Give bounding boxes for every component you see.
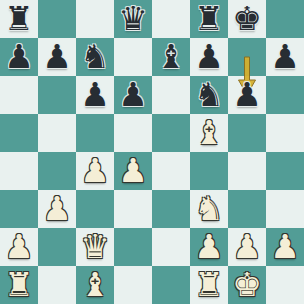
white-pawn[interactable]: ♟ (266, 228, 304, 266)
white-bishop[interactable]: ♝ (76, 266, 114, 304)
black-pawn[interactable]: ♟ (190, 38, 228, 76)
square-g3[interactable] (228, 190, 266, 228)
square-h3[interactable] (266, 190, 304, 228)
black-pawn[interactable]: ♟ (0, 38, 38, 76)
square-e5[interactable] (152, 114, 190, 152)
black-pawn[interactable]: ♟ (114, 76, 152, 114)
square-h7[interactable]: ♟ (266, 38, 304, 76)
square-b2[interactable] (38, 228, 76, 266)
square-a6[interactable] (0, 76, 38, 114)
square-h5[interactable] (266, 114, 304, 152)
square-c8[interactable] (76, 0, 114, 38)
square-e3[interactable] (152, 190, 190, 228)
square-h4[interactable] (266, 152, 304, 190)
square-g5[interactable] (228, 114, 266, 152)
square-g6[interactable]: ♟ (228, 76, 266, 114)
square-c3[interactable] (76, 190, 114, 228)
square-e1[interactable] (152, 266, 190, 304)
square-c7[interactable]: ♞ (76, 38, 114, 76)
square-a8[interactable]: ♜ (0, 0, 38, 38)
square-d8[interactable]: ♛ (114, 0, 152, 38)
square-g8[interactable]: ♚ (228, 0, 266, 38)
black-king[interactable]: ♚ (228, 0, 266, 38)
square-f8[interactable]: ♜ (190, 0, 228, 38)
white-pawn[interactable]: ♟ (76, 152, 114, 190)
square-g4[interactable] (228, 152, 266, 190)
square-d2[interactable] (114, 228, 152, 266)
square-f5[interactable]: ♝ (190, 114, 228, 152)
white-rook[interactable]: ♜ (190, 266, 228, 304)
square-b1[interactable] (38, 266, 76, 304)
square-h8[interactable] (266, 0, 304, 38)
square-h2[interactable]: ♟ (266, 228, 304, 266)
square-b4[interactable] (38, 152, 76, 190)
square-b6[interactable] (38, 76, 76, 114)
square-d1[interactable] (114, 266, 152, 304)
square-f3[interactable]: ♞ (190, 190, 228, 228)
square-f2[interactable]: ♟ (190, 228, 228, 266)
white-rook[interactable]: ♜ (0, 266, 38, 304)
black-bishop[interactable]: ♝ (152, 38, 190, 76)
black-rook[interactable]: ♜ (190, 0, 228, 38)
black-rook[interactable]: ♜ (0, 0, 38, 38)
square-c4[interactable]: ♟ (76, 152, 114, 190)
black-knight[interactable]: ♞ (76, 38, 114, 76)
square-c2[interactable]: ♛ (76, 228, 114, 266)
square-b3[interactable]: ♟ (38, 190, 76, 228)
square-h1[interactable] (266, 266, 304, 304)
square-b7[interactable]: ♟ (38, 38, 76, 76)
square-e6[interactable] (152, 76, 190, 114)
square-a1[interactable]: ♜ (0, 266, 38, 304)
square-d6[interactable]: ♟ (114, 76, 152, 114)
square-c1[interactable]: ♝ (76, 266, 114, 304)
white-pawn[interactable]: ♟ (0, 228, 38, 266)
square-a7[interactable]: ♟ (0, 38, 38, 76)
black-pawn[interactable]: ♟ (266, 38, 304, 76)
square-f4[interactable] (190, 152, 228, 190)
black-pawn[interactable]: ♟ (76, 76, 114, 114)
square-e8[interactable] (152, 0, 190, 38)
black-pawn[interactable]: ♟ (38, 38, 76, 76)
square-a5[interactable] (0, 114, 38, 152)
square-c5[interactable] (76, 114, 114, 152)
square-a3[interactable] (0, 190, 38, 228)
square-d3[interactable] (114, 190, 152, 228)
square-f1[interactable]: ♜ (190, 266, 228, 304)
square-b5[interactable] (38, 114, 76, 152)
white-pawn[interactable]: ♟ (228, 228, 266, 266)
square-d5[interactable] (114, 114, 152, 152)
square-h6[interactable] (266, 76, 304, 114)
square-a4[interactable] (0, 152, 38, 190)
square-g2[interactable]: ♟ (228, 228, 266, 266)
square-e4[interactable] (152, 152, 190, 190)
white-queen[interactable]: ♛ (76, 228, 114, 266)
square-b8[interactable] (38, 0, 76, 38)
square-f6[interactable]: ♞ (190, 76, 228, 114)
white-king[interactable]: ♚ (228, 266, 266, 304)
square-c6[interactable]: ♟ (76, 76, 114, 114)
square-f7[interactable]: ♟ (190, 38, 228, 76)
square-g1[interactable]: ♚ (228, 266, 266, 304)
white-knight[interactable]: ♞ (190, 190, 228, 228)
white-pawn[interactable]: ♟ (114, 152, 152, 190)
black-pawn[interactable]: ♟ (228, 76, 266, 114)
white-pawn[interactable]: ♟ (38, 190, 76, 228)
white-pawn[interactable]: ♟ (190, 228, 228, 266)
square-d7[interactable] (114, 38, 152, 76)
black-knight[interactable]: ♞ (190, 76, 228, 114)
square-e2[interactable] (152, 228, 190, 266)
white-bishop[interactable]: ♝ (190, 114, 228, 152)
square-a2[interactable]: ♟ (0, 228, 38, 266)
square-e7[interactable]: ♝ (152, 38, 190, 76)
chess-board: ♜♛♜♚♟♟♞♝♟♟♟♟♞♟♝♟♟♟♞♟♛♟♟♟♜♝♜♚ (0, 0, 304, 304)
square-d4[interactable]: ♟ (114, 152, 152, 190)
square-g7[interactable] (228, 38, 266, 76)
black-queen[interactable]: ♛ (114, 0, 152, 38)
